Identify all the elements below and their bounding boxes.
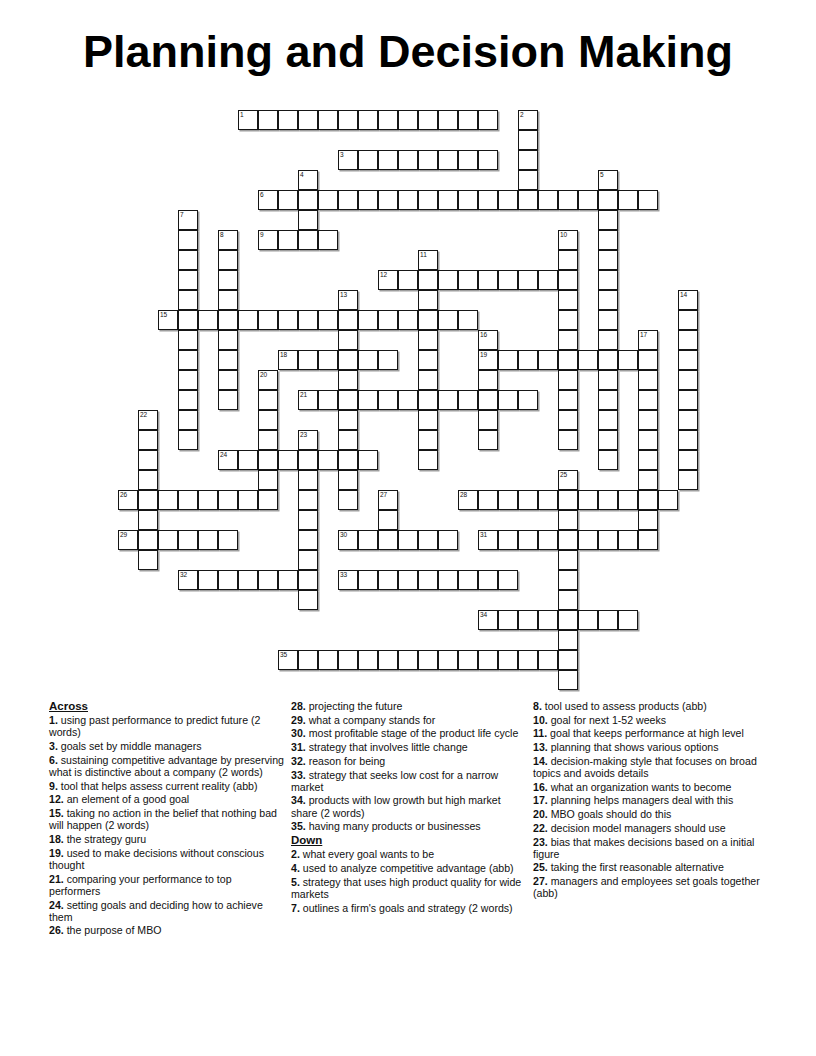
- clue-down-17: 17. planning helps managers deal with th…: [533, 794, 775, 806]
- grid-cell[interactable]: [378, 570, 398, 590]
- grid-cell[interactable]: [678, 390, 698, 410]
- grid-cell[interactable]: [198, 570, 218, 590]
- grid-cell[interactable]: [218, 370, 238, 390]
- grid-cell[interactable]: [478, 410, 498, 430]
- grid-cell[interactable]: [458, 310, 478, 330]
- grid-cell[interactable]: [418, 410, 438, 430]
- grid-cell[interactable]: [238, 310, 258, 330]
- grid-cell[interactable]: [138, 470, 158, 490]
- grid-cell[interactable]: [638, 370, 658, 390]
- grid-cell[interactable]: [618, 350, 638, 370]
- grid-cell[interactable]: [298, 110, 318, 130]
- grid-cell[interactable]: [338, 650, 358, 670]
- grid-cell[interactable]: [638, 430, 658, 450]
- grid-cell[interactable]: [258, 310, 278, 330]
- grid-cell[interactable]: 5: [598, 170, 618, 190]
- grid-cell[interactable]: [278, 570, 298, 590]
- grid-cell[interactable]: [518, 150, 538, 170]
- grid-cell[interactable]: [598, 430, 618, 450]
- grid-cell[interactable]: [278, 190, 298, 210]
- grid-cell[interactable]: [378, 390, 398, 410]
- grid-cell[interactable]: [278, 450, 298, 470]
- grid-cell[interactable]: [438, 270, 458, 290]
- grid-cell[interactable]: [178, 490, 198, 510]
- grid-cell[interactable]: [498, 390, 518, 410]
- grid-cell[interactable]: [458, 270, 478, 290]
- grid-cell[interactable]: [498, 270, 518, 290]
- grid-cell[interactable]: [418, 190, 438, 210]
- grid-cell[interactable]: [318, 350, 338, 370]
- grid-cell[interactable]: [138, 510, 158, 530]
- grid-cell[interactable]: [558, 190, 578, 210]
- grid-cell[interactable]: 11: [418, 250, 438, 270]
- grid-cell[interactable]: [318, 110, 338, 130]
- grid-cell[interactable]: [298, 570, 318, 590]
- grid-cell[interactable]: [598, 490, 618, 510]
- grid-cell[interactable]: [298, 450, 318, 470]
- grid-cell[interactable]: 9: [258, 230, 278, 250]
- grid-cell[interactable]: [418, 310, 438, 330]
- grid-cell[interactable]: [638, 390, 658, 410]
- grid-cell[interactable]: [378, 310, 398, 330]
- grid-cell[interactable]: 3: [338, 150, 358, 170]
- grid-cell[interactable]: [218, 570, 238, 590]
- grid-cell[interactable]: [278, 310, 298, 330]
- grid-cell[interactable]: 4: [298, 170, 318, 190]
- grid-cell[interactable]: 33: [338, 570, 358, 590]
- grid-cell[interactable]: [678, 430, 698, 450]
- grid-cell[interactable]: [458, 650, 478, 670]
- grid-cell[interactable]: [498, 350, 518, 370]
- grid-cell[interactable]: [358, 310, 378, 330]
- grid-cell[interactable]: [458, 190, 478, 210]
- grid-cell[interactable]: [398, 190, 418, 210]
- grid-cell[interactable]: [418, 370, 438, 390]
- grid-cell[interactable]: [178, 250, 198, 270]
- grid-cell[interactable]: [278, 230, 298, 250]
- grid-cell[interactable]: [678, 470, 698, 490]
- grid-cell[interactable]: [518, 270, 538, 290]
- grid-cell[interactable]: [378, 350, 398, 370]
- grid-cell[interactable]: [578, 490, 598, 510]
- grid-cell[interactable]: [558, 590, 578, 610]
- grid-cell[interactable]: [498, 190, 518, 210]
- grid-cell[interactable]: 35: [278, 650, 298, 670]
- grid-cell[interactable]: [438, 650, 458, 670]
- grid-cell[interactable]: [218, 350, 238, 370]
- grid-cell[interactable]: [138, 530, 158, 550]
- grid-cell[interactable]: [298, 510, 318, 530]
- grid-cell[interactable]: [298, 650, 318, 670]
- grid-cell[interactable]: [218, 530, 238, 550]
- grid-cell[interactable]: [238, 490, 258, 510]
- grid-cell[interactable]: 28: [458, 490, 478, 510]
- grid-cell[interactable]: [358, 530, 378, 550]
- grid-cell[interactable]: [338, 450, 358, 470]
- grid-cell[interactable]: [378, 150, 398, 170]
- grid-cell[interactable]: [558, 630, 578, 650]
- grid-cell[interactable]: 29: [118, 530, 138, 550]
- grid-cell[interactable]: [558, 270, 578, 290]
- grid-cell[interactable]: [138, 490, 158, 510]
- grid-cell[interactable]: 22: [138, 410, 158, 430]
- grid-void: [378, 550, 398, 570]
- grid-cell[interactable]: [638, 350, 658, 370]
- grid-cell[interactable]: [578, 530, 598, 550]
- grid-cell[interactable]: [478, 430, 498, 450]
- grid-cell[interactable]: [558, 430, 578, 450]
- grid-cell[interactable]: [178, 350, 198, 370]
- grid-cell[interactable]: [338, 190, 358, 210]
- grid-cell[interactable]: [618, 490, 638, 510]
- grid-cell[interactable]: [298, 350, 318, 370]
- grid-cell[interactable]: [258, 490, 278, 510]
- grid-cell[interactable]: [658, 490, 678, 510]
- grid-cell[interactable]: [178, 390, 198, 410]
- grid-cell[interactable]: 26: [118, 490, 138, 510]
- grid-cell[interactable]: [198, 490, 218, 510]
- grid-cell[interactable]: [178, 310, 198, 330]
- grid-cell[interactable]: [418, 270, 438, 290]
- grid-cell[interactable]: [418, 650, 438, 670]
- grid-cell[interactable]: [618, 610, 638, 630]
- grid-cell[interactable]: [398, 570, 418, 590]
- grid-cell[interactable]: 12: [378, 270, 398, 290]
- grid-cell[interactable]: [338, 310, 358, 330]
- grid-cell[interactable]: 23: [298, 430, 318, 450]
- grid-cell[interactable]: [398, 390, 418, 410]
- grid-cell[interactable]: [158, 530, 178, 550]
- grid-cell[interactable]: [338, 330, 358, 350]
- grid-cell[interactable]: [338, 470, 358, 490]
- grid-cell[interactable]: [478, 490, 498, 510]
- grid-cell[interactable]: [218, 330, 238, 350]
- grid-cell[interactable]: [558, 410, 578, 430]
- grid-cell[interactable]: 31: [478, 530, 498, 550]
- grid-cell[interactable]: [418, 330, 438, 350]
- grid-cell[interactable]: [478, 570, 498, 590]
- grid-cell[interactable]: [558, 370, 578, 390]
- grid-cell[interactable]: [258, 470, 278, 490]
- grid-cell[interactable]: [678, 410, 698, 430]
- grid-cell[interactable]: [318, 310, 338, 330]
- grid-cell[interactable]: [398, 310, 418, 330]
- grid-cell[interactable]: [678, 370, 698, 390]
- grid-cell[interactable]: [258, 410, 278, 430]
- grid-cell[interactable]: [538, 530, 558, 550]
- grid-cell[interactable]: [478, 370, 498, 390]
- grid-cell[interactable]: [578, 610, 598, 630]
- grid-cell[interactable]: [338, 490, 358, 510]
- grid-cell[interactable]: 7: [178, 210, 198, 230]
- grid-cell[interactable]: 17: [638, 330, 658, 350]
- grid-cell[interactable]: [618, 190, 638, 210]
- grid-cell[interactable]: 27: [378, 490, 398, 510]
- grid-cell[interactable]: 13: [338, 290, 358, 310]
- grid-cell[interactable]: [678, 330, 698, 350]
- grid-cell[interactable]: [378, 110, 398, 130]
- grid-cell[interactable]: [478, 110, 498, 130]
- grid-cell[interactable]: [298, 490, 318, 510]
- grid-cell[interactable]: [138, 550, 158, 570]
- grid-cell[interactable]: [458, 110, 478, 130]
- grid-cell[interactable]: 25: [558, 470, 578, 490]
- grid-cell[interactable]: [418, 150, 438, 170]
- grid-cell[interactable]: [418, 450, 438, 470]
- grid-cell[interactable]: 10: [558, 230, 578, 250]
- grid-cell[interactable]: 2: [518, 110, 538, 130]
- grid-cell[interactable]: [598, 230, 618, 250]
- grid-cell[interactable]: [538, 490, 558, 510]
- grid-cell[interactable]: [318, 190, 338, 210]
- grid-cell[interactable]: [438, 390, 458, 410]
- grid-cell[interactable]: [598, 530, 618, 550]
- grid-cell[interactable]: [558, 350, 578, 370]
- grid-cell[interactable]: [518, 130, 538, 150]
- grid-cell[interactable]: 19: [478, 350, 498, 370]
- grid-cell[interactable]: [178, 270, 198, 290]
- grid-cell[interactable]: [278, 110, 298, 130]
- grid-cell[interactable]: [358, 190, 378, 210]
- grid-cell[interactable]: [178, 330, 198, 350]
- grid-cell[interactable]: [338, 430, 358, 450]
- grid-cell[interactable]: [338, 410, 358, 430]
- grid-cell[interactable]: 30: [338, 530, 358, 550]
- grid-cell[interactable]: [378, 530, 398, 550]
- grid-cell[interactable]: [558, 530, 578, 550]
- grid-cell[interactable]: [398, 650, 418, 670]
- grid-cell[interactable]: [298, 210, 318, 230]
- grid-cell[interactable]: [578, 190, 598, 210]
- grid-cell[interactable]: [438, 150, 458, 170]
- grid-cell[interactable]: [518, 390, 538, 410]
- grid-cell[interactable]: [398, 530, 418, 550]
- grid-cell[interactable]: 34: [478, 610, 498, 630]
- grid-cell[interactable]: [598, 350, 618, 370]
- grid-cell[interactable]: 18: [278, 350, 298, 370]
- grid-cell[interactable]: [258, 450, 278, 470]
- grid-cell[interactable]: [438, 110, 458, 130]
- grid-cell[interactable]: [598, 190, 618, 210]
- grid-cell[interactable]: [598, 290, 618, 310]
- grid-cell[interactable]: [558, 250, 578, 270]
- grid-cell[interactable]: [178, 410, 198, 430]
- grid-cell[interactable]: [358, 450, 378, 470]
- grid-cell[interactable]: [478, 190, 498, 210]
- grid-cell[interactable]: [558, 390, 578, 410]
- grid-cell[interactable]: [298, 550, 318, 570]
- grid-cell[interactable]: [418, 530, 438, 550]
- grid-cell[interactable]: [298, 310, 318, 330]
- grid-cell[interactable]: 21: [298, 390, 318, 410]
- grid-cell[interactable]: [258, 390, 278, 410]
- grid-cell[interactable]: [458, 570, 478, 590]
- grid-cell[interactable]: [458, 390, 478, 410]
- grid-cell[interactable]: [438, 570, 458, 590]
- grid-cell[interactable]: [518, 350, 538, 370]
- grid-cell[interactable]: [398, 110, 418, 130]
- grid-cell[interactable]: [598, 450, 618, 470]
- grid-cell[interactable]: [178, 290, 198, 310]
- grid-cell[interactable]: [418, 290, 438, 310]
- grid-cell[interactable]: [358, 110, 378, 130]
- grid-cell[interactable]: [638, 450, 658, 470]
- grid-cell[interactable]: [478, 650, 498, 670]
- grid-cell[interactable]: [178, 230, 198, 250]
- grid-cell[interactable]: [558, 490, 578, 510]
- grid-cell[interactable]: [678, 350, 698, 370]
- grid-cell[interactable]: [398, 270, 418, 290]
- grid-cell[interactable]: [598, 250, 618, 270]
- grid-cell[interactable]: [298, 590, 318, 610]
- grid-cell[interactable]: [178, 530, 198, 550]
- grid-cell[interactable]: [538, 350, 558, 370]
- grid-cell[interactable]: [598, 210, 618, 230]
- grid-cell[interactable]: [318, 230, 338, 250]
- grid-cell[interactable]: [298, 470, 318, 490]
- grid-cell[interactable]: [558, 290, 578, 310]
- grid-cell[interactable]: [378, 510, 398, 530]
- grid-cell[interactable]: [598, 610, 618, 630]
- grid-cell[interactable]: 24: [218, 450, 238, 470]
- grid-cell[interactable]: [638, 490, 658, 510]
- grid-cell[interactable]: [518, 610, 538, 630]
- grid-cell[interactable]: [558, 650, 578, 670]
- grid-cell[interactable]: 8: [218, 230, 238, 250]
- grid-cell[interactable]: [558, 310, 578, 330]
- grid-cell[interactable]: [298, 530, 318, 550]
- grid-cell[interactable]: [338, 350, 358, 370]
- grid-cell[interactable]: [518, 170, 538, 190]
- grid-cell[interactable]: [598, 410, 618, 430]
- grid-cell[interactable]: [338, 370, 358, 390]
- grid-cell[interactable]: [178, 370, 198, 390]
- grid-cell[interactable]: [638, 470, 658, 490]
- grid-cell[interactable]: [378, 650, 398, 670]
- grid-cell[interactable]: [558, 670, 578, 690]
- grid-cell[interactable]: [598, 270, 618, 290]
- grid-cell[interactable]: [158, 490, 178, 510]
- grid-cell[interactable]: [218, 290, 238, 310]
- grid-cell[interactable]: [438, 530, 458, 550]
- grid-cell[interactable]: [498, 570, 518, 590]
- grid-cell[interactable]: [538, 610, 558, 630]
- grid-cell[interactable]: [318, 450, 338, 470]
- grid-cell[interactable]: [478, 390, 498, 410]
- grid-cell[interactable]: [638, 530, 658, 550]
- grid-cell[interactable]: [298, 190, 318, 210]
- grid-cell[interactable]: [218, 490, 238, 510]
- grid-cell[interactable]: [438, 190, 458, 210]
- grid-cell[interactable]: [198, 310, 218, 330]
- grid-cell[interactable]: [618, 530, 638, 550]
- grid-cell[interactable]: [558, 330, 578, 350]
- grid-cell[interactable]: [518, 490, 538, 510]
- grid-cell[interactable]: [198, 530, 218, 550]
- grid-cell[interactable]: [638, 410, 658, 430]
- grid-cell[interactable]: [638, 190, 658, 210]
- grid-cell[interactable]: [458, 150, 478, 170]
- grid-cell[interactable]: [518, 530, 538, 550]
- grid-cell[interactable]: [558, 510, 578, 530]
- grid-cell[interactable]: [318, 650, 338, 670]
- grid-cell[interactable]: [358, 150, 378, 170]
- grid-cell[interactable]: [298, 230, 318, 250]
- grid-cell[interactable]: [358, 650, 378, 670]
- grid-cell[interactable]: [218, 310, 238, 330]
- grid-cell[interactable]: [338, 390, 358, 410]
- grid-cell[interactable]: [498, 530, 518, 550]
- grid-cell[interactable]: [358, 570, 378, 590]
- grid-cell[interactable]: [358, 390, 378, 410]
- grid-cell[interactable]: [238, 450, 258, 470]
- grid-cell[interactable]: [638, 510, 658, 530]
- grid-cell[interactable]: [538, 270, 558, 290]
- grid-cell[interactable]: [218, 390, 238, 410]
- grid-cell[interactable]: 20: [258, 370, 278, 390]
- grid-cell[interactable]: [218, 250, 238, 270]
- grid-cell[interactable]: [518, 190, 538, 210]
- grid-cell[interactable]: [498, 650, 518, 670]
- grid-cell[interactable]: [418, 350, 438, 370]
- grid-cell[interactable]: [258, 110, 278, 130]
- grid-cell[interactable]: [418, 390, 438, 410]
- grid-cell[interactable]: [558, 550, 578, 570]
- grid-cell[interactable]: [478, 270, 498, 290]
- grid-cell[interactable]: 15: [158, 310, 178, 330]
- grid-cell[interactable]: [478, 150, 498, 170]
- grid-cell[interactable]: [138, 430, 158, 450]
- grid-cell[interactable]: [518, 650, 538, 670]
- grid-void: [278, 430, 298, 450]
- grid-cell[interactable]: [578, 350, 598, 370]
- grid-cell[interactable]: [438, 310, 458, 330]
- grid-cell[interactable]: [598, 310, 618, 330]
- grid-cell[interactable]: [318, 390, 338, 410]
- grid-cell[interactable]: [178, 430, 198, 450]
- grid-cell[interactable]: [338, 110, 358, 130]
- grid-cell[interactable]: [358, 350, 378, 370]
- grid-cell[interactable]: [418, 430, 438, 450]
- grid-cell[interactable]: [598, 330, 618, 350]
- grid-cell[interactable]: 14: [678, 290, 698, 310]
- grid-cell[interactable]: [218, 270, 238, 290]
- grid-cell[interactable]: [498, 610, 518, 630]
- grid-void: [498, 210, 518, 230]
- grid-cell[interactable]: 6: [258, 190, 278, 210]
- grid-cell[interactable]: [558, 610, 578, 630]
- grid-cell[interactable]: 1: [238, 110, 258, 130]
- grid-cell[interactable]: [598, 390, 618, 410]
- grid-cell[interactable]: [138, 450, 158, 470]
- grid-cell[interactable]: 32: [178, 570, 198, 590]
- grid-cell[interactable]: [418, 570, 438, 590]
- grid-cell[interactable]: [378, 190, 398, 210]
- grid-cell[interactable]: [238, 570, 258, 590]
- grid-cell[interactable]: [418, 110, 438, 130]
- grid-cell[interactable]: [498, 490, 518, 510]
- grid-cell[interactable]: [258, 430, 278, 450]
- grid-cell[interactable]: [558, 570, 578, 590]
- grid-cell[interactable]: [678, 450, 698, 470]
- grid-cell[interactable]: [258, 570, 278, 590]
- grid-cell[interactable]: [598, 370, 618, 390]
- grid-cell[interactable]: [538, 190, 558, 210]
- grid-cell[interactable]: [398, 150, 418, 170]
- grid-cell[interactable]: [538, 650, 558, 670]
- grid-cell[interactable]: 16: [478, 330, 498, 350]
- grid-cell[interactable]: [678, 310, 698, 330]
